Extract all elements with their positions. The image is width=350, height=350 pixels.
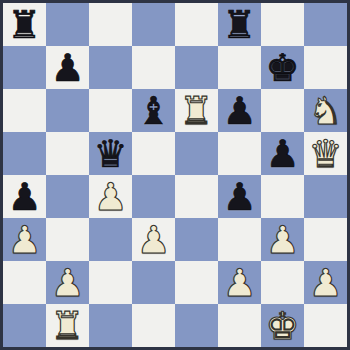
piece-black-pawn[interactable]: ♟ xyxy=(7,176,41,218)
square-b6[interactable] xyxy=(46,89,89,132)
piece-black-pawn[interactable]: ♟ xyxy=(222,90,256,132)
piece-black-pawn[interactable]: ♟ xyxy=(50,47,84,89)
board-frame: ♜♜♟♚♝♜♟♞♛♟♛♟♟♟♟♟♟♟♟♟♜♚ xyxy=(0,0,350,350)
piece-white-rook[interactable]: ♜ xyxy=(179,90,213,132)
square-a1[interactable] xyxy=(3,304,46,347)
piece-white-pawn[interactable]: ♟ xyxy=(136,219,170,261)
piece-white-pawn[interactable]: ♟ xyxy=(265,219,299,261)
square-c1[interactable] xyxy=(89,304,132,347)
piece-black-pawn[interactable]: ♟ xyxy=(222,176,256,218)
piece-white-queen[interactable]: ♛ xyxy=(308,133,342,175)
square-b5[interactable] xyxy=(46,132,89,175)
square-d8[interactable] xyxy=(132,3,175,46)
square-a3[interactable]: ♟ xyxy=(3,218,46,261)
piece-black-bishop[interactable]: ♝ xyxy=(136,90,170,132)
piece-black-queen[interactable]: ♛ xyxy=(93,133,127,175)
piece-white-pawn[interactable]: ♟ xyxy=(222,262,256,304)
chess-board: ♜♜♟♚♝♜♟♞♛♟♛♟♟♟♟♟♟♟♟♟♜♚ xyxy=(3,3,347,347)
square-g8[interactable] xyxy=(261,3,304,46)
square-e4[interactable] xyxy=(175,175,218,218)
square-g5[interactable]: ♟ xyxy=(261,132,304,175)
square-f1[interactable] xyxy=(218,304,261,347)
square-b7[interactable]: ♟ xyxy=(46,46,89,89)
square-b4[interactable] xyxy=(46,175,89,218)
square-g6[interactable] xyxy=(261,89,304,132)
piece-white-knight[interactable]: ♞ xyxy=(308,90,342,132)
square-h5[interactable]: ♛ xyxy=(304,132,347,175)
square-b1[interactable]: ♜ xyxy=(46,304,89,347)
square-c8[interactable] xyxy=(89,3,132,46)
square-g1[interactable]: ♚ xyxy=(261,304,304,347)
square-h7[interactable] xyxy=(304,46,347,89)
piece-white-pawn[interactable]: ♟ xyxy=(308,262,342,304)
piece-white-pawn[interactable]: ♟ xyxy=(7,219,41,261)
square-f5[interactable] xyxy=(218,132,261,175)
square-e3[interactable] xyxy=(175,218,218,261)
piece-black-king[interactable]: ♚ xyxy=(265,47,299,89)
square-d7[interactable] xyxy=(132,46,175,89)
square-d1[interactable] xyxy=(132,304,175,347)
piece-white-king[interactable]: ♚ xyxy=(265,305,299,347)
square-a8[interactable]: ♜ xyxy=(3,3,46,46)
piece-black-rook[interactable]: ♜ xyxy=(7,4,41,46)
square-f4[interactable]: ♟ xyxy=(218,175,261,218)
piece-white-rook[interactable]: ♜ xyxy=(50,305,84,347)
square-h3[interactable] xyxy=(304,218,347,261)
square-c7[interactable] xyxy=(89,46,132,89)
square-h8[interactable] xyxy=(304,3,347,46)
square-f2[interactable]: ♟ xyxy=(218,261,261,304)
square-b2[interactable]: ♟ xyxy=(46,261,89,304)
square-c6[interactable] xyxy=(89,89,132,132)
piece-black-rook[interactable]: ♜ xyxy=(222,4,256,46)
square-a7[interactable] xyxy=(3,46,46,89)
square-g4[interactable] xyxy=(261,175,304,218)
square-d3[interactable]: ♟ xyxy=(132,218,175,261)
square-b8[interactable] xyxy=(46,3,89,46)
square-e6[interactable]: ♜ xyxy=(175,89,218,132)
square-g3[interactable]: ♟ xyxy=(261,218,304,261)
square-a4[interactable]: ♟ xyxy=(3,175,46,218)
square-a6[interactable] xyxy=(3,89,46,132)
square-a2[interactable] xyxy=(3,261,46,304)
piece-white-pawn[interactable]: ♟ xyxy=(50,262,84,304)
square-f8[interactable]: ♜ xyxy=(218,3,261,46)
square-d5[interactable] xyxy=(132,132,175,175)
square-h6[interactable]: ♞ xyxy=(304,89,347,132)
square-e1[interactable] xyxy=(175,304,218,347)
square-d6[interactable]: ♝ xyxy=(132,89,175,132)
square-e2[interactable] xyxy=(175,261,218,304)
square-c3[interactable] xyxy=(89,218,132,261)
square-b3[interactable] xyxy=(46,218,89,261)
square-f3[interactable] xyxy=(218,218,261,261)
square-d2[interactable] xyxy=(132,261,175,304)
square-g7[interactable]: ♚ xyxy=(261,46,304,89)
square-g2[interactable] xyxy=(261,261,304,304)
piece-black-pawn[interactable]: ♟ xyxy=(265,133,299,175)
piece-white-pawn[interactable]: ♟ xyxy=(93,176,127,218)
square-c5[interactable]: ♛ xyxy=(89,132,132,175)
square-h4[interactable] xyxy=(304,175,347,218)
square-h2[interactable]: ♟ xyxy=(304,261,347,304)
square-e8[interactable] xyxy=(175,3,218,46)
square-e7[interactable] xyxy=(175,46,218,89)
square-f6[interactable]: ♟ xyxy=(218,89,261,132)
square-f7[interactable] xyxy=(218,46,261,89)
square-a5[interactable] xyxy=(3,132,46,175)
square-h1[interactable] xyxy=(304,304,347,347)
square-c4[interactable]: ♟ xyxy=(89,175,132,218)
square-c2[interactable] xyxy=(89,261,132,304)
square-e5[interactable] xyxy=(175,132,218,175)
square-d4[interactable] xyxy=(132,175,175,218)
